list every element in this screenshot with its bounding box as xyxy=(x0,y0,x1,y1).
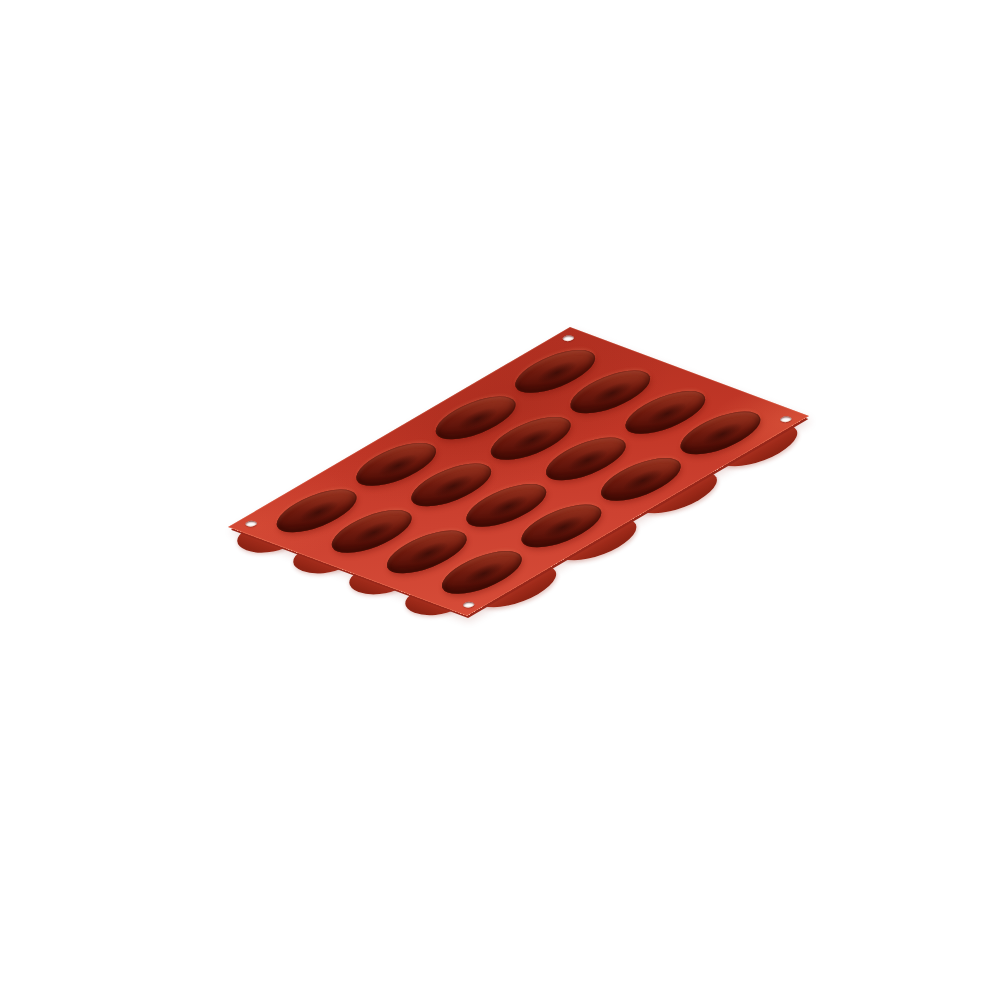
silicone-baking-mold xyxy=(228,327,809,616)
photo-background xyxy=(0,0,1000,1000)
